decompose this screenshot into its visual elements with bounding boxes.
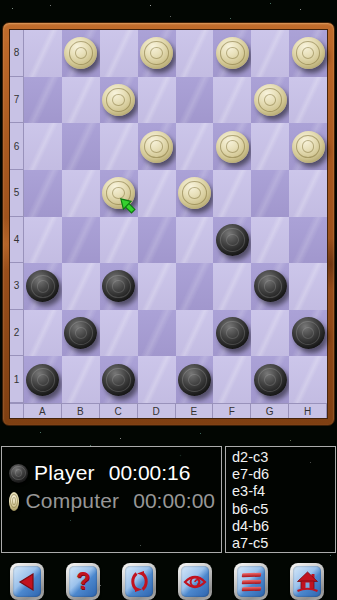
square-g7[interactable] bbox=[251, 77, 289, 124]
square-d6[interactable] bbox=[138, 123, 176, 170]
square-f2[interactable] bbox=[213, 310, 251, 357]
move-list-panel[interactable]: d2-c3e7-d6e3-f4b6-c5d4-b6a7-c5 bbox=[225, 446, 336, 553]
restart-button[interactable] bbox=[122, 563, 156, 600]
black-piece[interactable] bbox=[254, 270, 287, 302]
square-d4[interactable] bbox=[138, 217, 176, 264]
hint-button[interactable] bbox=[178, 563, 212, 600]
square-h3[interactable] bbox=[289, 263, 327, 310]
black-piece[interactable] bbox=[26, 270, 59, 302]
undo-button[interactable] bbox=[10, 563, 44, 600]
help-button[interactable]: ? bbox=[66, 563, 100, 600]
toolbar: ? bbox=[0, 563, 337, 600]
rank-label-1: 1 bbox=[10, 356, 24, 403]
back-triangle-icon bbox=[13, 566, 41, 597]
rank-label-6: 6 bbox=[10, 123, 24, 170]
black-piece[interactable] bbox=[26, 364, 59, 396]
square-g3[interactable] bbox=[251, 263, 289, 310]
move-item[interactable]: d4-b6 bbox=[232, 518, 329, 535]
rank-label-4: 4 bbox=[10, 217, 24, 264]
question-mark-icon: ? bbox=[69, 566, 97, 597]
square-e6[interactable] bbox=[176, 123, 214, 170]
player-row-player: Player00:00:16 bbox=[9, 459, 215, 487]
square-b4[interactable] bbox=[62, 217, 100, 264]
square-a8[interactable] bbox=[24, 30, 62, 77]
white-piece[interactable] bbox=[216, 131, 249, 163]
square-c5[interactable] bbox=[100, 170, 138, 217]
square-h8[interactable] bbox=[289, 30, 327, 77]
square-f4[interactable] bbox=[213, 217, 251, 264]
white-piece[interactable] bbox=[64, 37, 97, 69]
square-c4[interactable] bbox=[100, 217, 138, 264]
white-piece[interactable] bbox=[292, 37, 325, 69]
white-piece[interactable] bbox=[102, 84, 135, 116]
white-piece[interactable] bbox=[178, 177, 211, 209]
players-panel: Player00:00:16Computer00:00:00 bbox=[1, 446, 222, 553]
white-checker-icon bbox=[9, 492, 19, 511]
file-label-f: F bbox=[213, 403, 251, 418]
square-d3[interactable] bbox=[138, 263, 176, 310]
rank-label-7: 7 bbox=[10, 77, 24, 124]
square-h1[interactable] bbox=[289, 356, 327, 403]
square-f6[interactable] bbox=[213, 123, 251, 170]
rank-label-8: 8 bbox=[10, 30, 24, 77]
square-c1[interactable] bbox=[100, 356, 138, 403]
eye-icon bbox=[181, 566, 209, 597]
square-f3[interactable] bbox=[213, 263, 251, 310]
player-clock: 00:00:00 bbox=[133, 489, 215, 513]
white-piece[interactable] bbox=[292, 131, 325, 163]
square-e2[interactable] bbox=[176, 310, 214, 357]
home-icon bbox=[293, 566, 321, 597]
square-a2[interactable] bbox=[24, 310, 62, 357]
rank-label-3: 3 bbox=[10, 263, 24, 310]
white-piece[interactable] bbox=[216, 37, 249, 69]
square-c7[interactable] bbox=[100, 77, 138, 124]
square-b5[interactable] bbox=[62, 170, 100, 217]
file-label-b: B bbox=[62, 403, 100, 418]
rank-label-2: 2 bbox=[10, 310, 24, 357]
file-label-g: G bbox=[251, 403, 289, 418]
square-d2[interactable] bbox=[138, 310, 176, 357]
square-b8[interactable] bbox=[62, 30, 100, 77]
player-row-computer: Computer00:00:00 bbox=[9, 487, 215, 515]
player-name: Computer bbox=[25, 489, 119, 513]
square-f5[interactable] bbox=[213, 170, 251, 217]
move-item[interactable]: a7-c5 bbox=[232, 535, 329, 552]
square-e5[interactable] bbox=[176, 170, 214, 217]
square-a7[interactable] bbox=[24, 77, 62, 124]
white-piece[interactable] bbox=[140, 37, 173, 69]
file-label-c: C bbox=[100, 403, 138, 418]
square-h2[interactable] bbox=[289, 310, 327, 357]
player-name: Player bbox=[34, 461, 95, 485]
file-label-a: A bbox=[24, 403, 62, 418]
square-d1[interactable] bbox=[138, 356, 176, 403]
white-piece[interactable] bbox=[140, 131, 173, 163]
square-b3[interactable] bbox=[62, 263, 100, 310]
move-item[interactable]: e7-d6 bbox=[232, 466, 329, 483]
app-screen: 87654321ABCDEFGH Player00:00:16Computer0… bbox=[0, 0, 337, 600]
square-f1[interactable] bbox=[213, 356, 251, 403]
black-piece[interactable] bbox=[216, 224, 249, 256]
square-a1[interactable] bbox=[24, 356, 62, 403]
square-g6[interactable] bbox=[251, 123, 289, 170]
square-f8[interactable] bbox=[213, 30, 251, 77]
square-d8[interactable] bbox=[138, 30, 176, 77]
square-b1[interactable] bbox=[62, 356, 100, 403]
move-item[interactable]: b6-c5 bbox=[232, 501, 329, 518]
black-checker-icon bbox=[9, 464, 28, 483]
square-c2[interactable] bbox=[100, 310, 138, 357]
move-item[interactable]: d2-c3 bbox=[232, 449, 329, 466]
black-piece[interactable] bbox=[292, 317, 325, 349]
square-c3[interactable] bbox=[100, 263, 138, 310]
square-e3[interactable] bbox=[176, 263, 214, 310]
square-b7[interactable] bbox=[62, 77, 100, 124]
square-b2[interactable] bbox=[62, 310, 100, 357]
label-corner bbox=[10, 403, 24, 418]
square-g5[interactable] bbox=[251, 170, 289, 217]
square-h4[interactable] bbox=[289, 217, 327, 264]
square-h7[interactable] bbox=[289, 77, 327, 124]
move-list-button[interactable] bbox=[234, 563, 268, 600]
square-h6[interactable] bbox=[289, 123, 327, 170]
file-label-d: D bbox=[138, 403, 176, 418]
player-clock: 00:00:16 bbox=[109, 461, 191, 485]
square-g8[interactable] bbox=[251, 30, 289, 77]
square-e7[interactable] bbox=[176, 77, 214, 124]
square-e4[interactable] bbox=[176, 217, 214, 264]
starfield-background bbox=[0, 0, 1, 1]
square-d7[interactable] bbox=[138, 77, 176, 124]
move-item[interactable]: e3-f4 bbox=[232, 483, 329, 500]
square-c8[interactable] bbox=[100, 30, 138, 77]
square-h5[interactable] bbox=[289, 170, 327, 217]
square-a5[interactable] bbox=[24, 170, 62, 217]
circular-arrows-icon bbox=[125, 566, 153, 597]
square-e8[interactable] bbox=[176, 30, 214, 77]
board-frame: 87654321ABCDEFGH bbox=[2, 22, 335, 426]
black-piece[interactable] bbox=[254, 364, 287, 396]
file-label-h: H bbox=[289, 403, 327, 418]
home-button[interactable] bbox=[290, 563, 324, 600]
black-piece[interactable] bbox=[64, 317, 97, 349]
black-piece[interactable] bbox=[102, 270, 135, 302]
black-piece[interactable] bbox=[102, 364, 135, 396]
square-b6[interactable] bbox=[62, 123, 100, 170]
square-g4[interactable] bbox=[251, 217, 289, 264]
square-d5[interactable] bbox=[138, 170, 176, 217]
white-piece[interactable] bbox=[102, 177, 135, 209]
rank-label-5: 5 bbox=[10, 170, 24, 217]
square-e1[interactable] bbox=[176, 356, 214, 403]
file-label-e: E bbox=[176, 403, 214, 418]
white-piece[interactable] bbox=[254, 84, 287, 116]
square-a6[interactable] bbox=[24, 123, 62, 170]
square-a4[interactable] bbox=[24, 217, 62, 264]
square-f7[interactable] bbox=[213, 77, 251, 124]
square-g2[interactable] bbox=[251, 310, 289, 357]
square-g1[interactable] bbox=[251, 356, 289, 403]
square-a3[interactable] bbox=[24, 263, 62, 310]
checkers-board[interactable]: 87654321ABCDEFGH bbox=[9, 29, 328, 419]
square-c6[interactable] bbox=[100, 123, 138, 170]
menu-bars-icon bbox=[237, 566, 265, 597]
black-piece[interactable] bbox=[178, 364, 211, 396]
black-piece[interactable] bbox=[216, 317, 249, 349]
